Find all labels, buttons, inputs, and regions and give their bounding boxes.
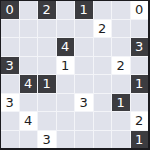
- cell-r6c1[interactable]: 3: [1, 94, 19, 112]
- cell-r6c5[interactable]: 3: [75, 94, 93, 112]
- cell-r2c6[interactable]: 2: [94, 20, 112, 38]
- cell-r7c2[interactable]: 4: [20, 112, 38, 130]
- cell-r4c7[interactable]: 2: [112, 57, 130, 75]
- cell-r4c5[interactable]: [75, 57, 93, 75]
- cell-r5c7[interactable]: [112, 75, 130, 93]
- cell-r3c2[interactable]: [20, 38, 38, 56]
- cell-r2c5[interactable]: [75, 20, 93, 38]
- cell-r2c3[interactable]: [38, 20, 56, 38]
- cell-r5c3[interactable]: 1: [38, 75, 56, 93]
- cell-r3c4[interactable]: 4: [57, 38, 75, 56]
- cell-r7c7[interactable]: [112, 112, 130, 130]
- cell-r7c8[interactable]: 2: [131, 112, 149, 130]
- cell-r6c2[interactable]: [20, 94, 38, 112]
- cell-r8c5[interactable]: [75, 131, 93, 149]
- cell-r4c2[interactable]: [20, 57, 38, 75]
- cell-r6c3[interactable]: [38, 94, 56, 112]
- cell-r8c1[interactable]: [1, 131, 19, 149]
- cell-r7c4[interactable]: [57, 112, 75, 130]
- cell-r8c7[interactable]: [112, 131, 130, 149]
- cell-r5c4[interactable]: [57, 75, 75, 93]
- cell-r6c7[interactable]: 1: [112, 94, 130, 112]
- cell-r1c5[interactable]: 1: [75, 1, 93, 19]
- cell-r1c6[interactable]: [94, 1, 112, 19]
- cell-r8c6[interactable]: [94, 131, 112, 149]
- cell-r8c3[interactable]: 3: [38, 131, 56, 149]
- cell-r3c6[interactable]: [94, 38, 112, 56]
- cell-r4c6[interactable]: [94, 57, 112, 75]
- cell-r2c2[interactable]: [20, 20, 38, 38]
- cell-r4c8[interactable]: [131, 57, 149, 75]
- cell-r5c1[interactable]: [1, 75, 19, 93]
- cell-r1c4[interactable]: [57, 1, 75, 19]
- cell-r2c7[interactable]: [112, 20, 130, 38]
- cell-r5c2[interactable]: 4: [20, 75, 38, 93]
- cell-r1c8[interactable]: 0: [131, 1, 149, 19]
- cell-r7c5[interactable]: [75, 112, 93, 130]
- cell-r3c3[interactable]: [38, 38, 56, 56]
- cell-r8c8[interactable]: 1: [131, 131, 149, 149]
- cell-r6c6[interactable]: [94, 94, 112, 112]
- cell-r4c4[interactable]: 1: [57, 57, 75, 75]
- cell-r7c1[interactable]: [1, 112, 19, 130]
- cell-r2c1[interactable]: [1, 20, 19, 38]
- cell-r2c4[interactable]: [57, 20, 75, 38]
- cell-r5c6[interactable]: [94, 75, 112, 93]
- cell-r8c4[interactable]: [57, 131, 75, 149]
- puzzle-board: 02102433124113314231: [1, 1, 148, 148]
- cell-r4c3[interactable]: [38, 57, 56, 75]
- cell-r7c6[interactable]: [94, 112, 112, 130]
- cell-r1c2[interactable]: [20, 1, 38, 19]
- cell-r5c8[interactable]: 1: [131, 75, 149, 93]
- cell-r8c2[interactable]: [20, 131, 38, 149]
- cell-r3c8[interactable]: 3: [131, 38, 149, 56]
- cell-r7c3[interactable]: [38, 112, 56, 130]
- cell-r6c4[interactable]: [57, 94, 75, 112]
- cell-r5c5[interactable]: [75, 75, 93, 93]
- cell-r1c3[interactable]: 2: [38, 1, 56, 19]
- cell-r1c7[interactable]: [112, 1, 130, 19]
- cell-r2c8[interactable]: [131, 20, 149, 38]
- cell-r1c1[interactable]: 0: [1, 1, 19, 19]
- cell-r3c7[interactable]: [112, 38, 130, 56]
- cell-r3c1[interactable]: [1, 38, 19, 56]
- cell-r3c5[interactable]: [75, 38, 93, 56]
- cell-r6c8[interactable]: [131, 94, 149, 112]
- cell-r4c1[interactable]: 3: [1, 57, 19, 75]
- puzzle-board-frame: 02102433124113314231: [0, 0, 150, 150]
